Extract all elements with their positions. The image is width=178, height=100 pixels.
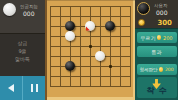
coin-balance-row: 300 xyxy=(135,17,178,28)
game-info: 상급 9줄 맞바둑 xyxy=(0,33,45,76)
pause-icon xyxy=(31,84,38,92)
coin-balance: 300 xyxy=(145,19,178,27)
coin-icon xyxy=(159,67,164,72)
white-stone xyxy=(85,21,95,31)
place-stone-button[interactable]: 착수 xyxy=(137,77,177,98)
undo-button[interactable]: 무르기 200 xyxy=(137,32,177,43)
action-area: 무르기 200 통과 형세판단 200 착수 xyxy=(135,28,178,100)
pass-label: 통과 xyxy=(152,49,162,55)
opponent-name: 인공지능 xyxy=(20,4,38,9)
game-info-level: 상급 xyxy=(0,39,45,47)
user-black-stone-avatar xyxy=(137,2,150,15)
black-stone xyxy=(65,61,75,71)
coin-icon xyxy=(138,19,145,26)
last-move-marker xyxy=(86,26,91,31)
opponent-captures: 000 xyxy=(23,10,34,17)
user-name: 사용자 xyxy=(154,3,168,8)
opponent-white-stone-avatar xyxy=(3,3,16,16)
undo-cost: 200 xyxy=(163,35,173,41)
replay-control-bar xyxy=(0,76,45,100)
white-stone xyxy=(95,51,105,61)
opponent-info: 인공지능 000 xyxy=(0,0,45,33)
estimate-label: 형세판단 xyxy=(139,67,157,72)
user-info: 사용자 000 xyxy=(135,0,178,17)
coin-icon xyxy=(157,35,162,40)
pass-button[interactable]: 통과 xyxy=(137,46,177,57)
go-board[interactable] xyxy=(45,0,135,100)
place-stone-label: 착수 xyxy=(137,85,177,96)
user-captures: 000 xyxy=(156,9,167,16)
opponent-panel: 인공지능 000 상급 9줄 맞바둑 xyxy=(0,0,45,100)
territory-estimate-button[interactable]: 형세판단 200 xyxy=(137,64,177,75)
white-stone xyxy=(65,31,75,41)
undo-label: 무르기 xyxy=(140,35,155,41)
game-info-game-type: 맞바둑 xyxy=(0,55,45,63)
black-stone xyxy=(105,21,115,31)
back-button[interactable] xyxy=(0,76,23,100)
black-stone xyxy=(65,21,75,31)
pause-button[interactable] xyxy=(23,76,45,100)
user-panel: 사용자 000 300 무르기 200 통과 형세판단 200 착수 xyxy=(135,0,178,100)
game-info-board-size: 9줄 xyxy=(0,47,45,55)
back-icon xyxy=(8,84,14,92)
estimate-cost: 200 xyxy=(165,67,174,72)
go-game-screen: 인공지능 000 상급 9줄 맞바둑 사용자 000 300 xyxy=(0,0,178,100)
